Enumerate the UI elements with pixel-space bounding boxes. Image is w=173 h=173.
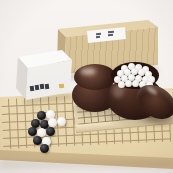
go-stone-black — [46, 127, 55, 136]
box-label-text-mark — [96, 36, 100, 38]
go-stone-black — [28, 127, 37, 136]
carton-label-char — [45, 84, 50, 90]
box-label-text-mark — [96, 33, 101, 35]
carton-label-char — [30, 86, 35, 92]
carton-label-char — [40, 84, 45, 90]
go-stone-black — [37, 111, 46, 120]
bowl-highlight — [80, 68, 96, 75]
carton-label-char — [35, 85, 40, 91]
box-label-text-mark — [108, 34, 113, 36]
go-stone-black — [33, 136, 42, 145]
white-stone-in-bowl — [125, 80, 132, 87]
carton-tape-mark — [59, 84, 65, 89]
go-set-photo — [0, 0, 173, 173]
white-stone-in-bowl — [132, 80, 139, 87]
go-stone-white — [48, 118, 57, 127]
bowl-highlight — [112, 84, 124, 98]
board-shadow — [0, 161, 173, 167]
go-stone-white — [57, 117, 66, 126]
go-stone-black — [40, 144, 49, 153]
